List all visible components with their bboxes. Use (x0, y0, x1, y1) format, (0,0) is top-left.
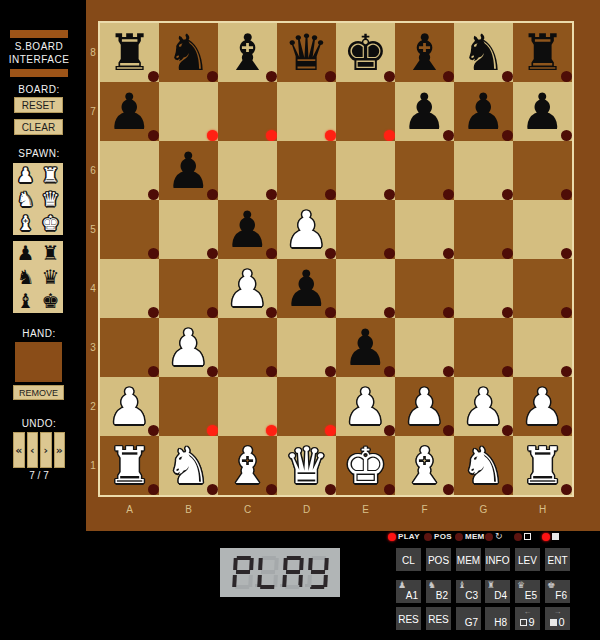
sensor-dot (207, 307, 218, 318)
square-c7[interactable] (218, 82, 277, 141)
square-h4[interactable] (513, 259, 572, 318)
sensor-dot (502, 189, 513, 200)
sensor-dot (561, 248, 572, 259)
white-pawn-piece: ♟ (520, 382, 565, 432)
square-a7[interactable]: ♟ (100, 82, 159, 141)
square-f6[interactable] (395, 141, 454, 200)
sensor-dot (325, 189, 336, 200)
square-f5[interactable] (395, 200, 454, 259)
key-label: LEV (515, 554, 540, 565)
square-f4[interactable] (395, 259, 454, 318)
square-h6[interactable] (513, 141, 572, 200)
key-label: F6 (555, 590, 567, 601)
square-g4[interactable] (454, 259, 513, 318)
key-label: 9 (528, 616, 534, 628)
black-pawn-piece: ♟ (461, 87, 506, 137)
sensor-dot (148, 71, 159, 82)
square-e2[interactable]: ♟ (336, 377, 395, 436)
sensor-dot (325, 366, 336, 377)
sensor-dot-active (266, 130, 277, 141)
key-label: B2 (436, 590, 448, 601)
black-rook-piece: ♜ (107, 28, 152, 78)
square-c5[interactable]: ♟ (218, 200, 277, 259)
bishop-icon: ♝ (458, 581, 466, 590)
led-label-pos: POS (434, 532, 452, 541)
square-b8[interactable]: ♞ (159, 23, 218, 82)
rook-icon: ♜ (487, 581, 495, 590)
sensor-dot (148, 189, 159, 200)
square-a2[interactable]: ♟ (100, 377, 159, 436)
key-label: 0 (558, 616, 564, 628)
white-pawn-piece: ♟ (225, 264, 270, 314)
sensor-dot (502, 425, 513, 436)
black-pawn-piece: ♟ (402, 87, 447, 137)
square-b2[interactable] (159, 377, 218, 436)
sensor-dot (207, 248, 218, 259)
square-b6[interactable]: ♟ (159, 141, 218, 200)
square-d4[interactable]: ♟ (277, 259, 336, 318)
key-label: A1 (406, 590, 418, 601)
undo-controls: «‹›» (13, 432, 65, 468)
black-pawn-piece: ♟ (225, 205, 270, 255)
black-pawn-piece: ♟ (520, 87, 565, 137)
sensor-dot (384, 484, 395, 495)
key-label: D4 (494, 590, 507, 601)
reset-button[interactable]: RESET (14, 97, 63, 113)
led-play (388, 533, 396, 541)
sensor-dot (266, 307, 277, 318)
key-label: ENT (545, 554, 570, 565)
sensor-dot-active (384, 130, 395, 141)
sensor-dot (384, 189, 395, 200)
rank-label-7: 7 (86, 82, 100, 141)
sensor-dot (561, 484, 572, 495)
file-label-a: A (100, 497, 159, 521)
square-outline-icon (520, 619, 527, 626)
square-e1[interactable]: ♚ (336, 436, 395, 495)
sensor-dot (207, 484, 218, 495)
spawn-white-pawn[interactable]: ♟ (13, 163, 38, 187)
rank-label-5: 5 (86, 200, 100, 259)
sensor-dot (561, 425, 572, 436)
sensor-dot (148, 130, 159, 141)
square-a5[interactable] (100, 200, 159, 259)
accent-bar-bottom (10, 69, 68, 77)
rank-label-4: 4 (86, 259, 100, 318)
white-knight-piece: ♞ (17, 189, 35, 209)
spawn-black-queen[interactable]: ♛ (38, 265, 63, 289)
white-bishop-piece: ♝ (225, 441, 270, 491)
square-b7[interactable] (159, 82, 218, 141)
key-c3[interactable]: ♝C3 (456, 580, 481, 603)
sensor-dot (443, 307, 454, 318)
sensor-dot (266, 484, 277, 495)
black-rook-piece: ♜ (42, 243, 60, 263)
rank-label-2: 2 (86, 377, 100, 436)
sensor-dot (207, 189, 218, 200)
display-char-1 (232, 556, 254, 589)
square-g7[interactable]: ♟ (454, 82, 513, 141)
square-c6[interactable] (218, 141, 277, 200)
icon-number-group: 9 (515, 616, 540, 628)
sensor-dot (502, 484, 513, 495)
square-e5[interactable] (336, 200, 395, 259)
sensor-dot (207, 366, 218, 377)
square-f1[interactable]: ♝ (395, 436, 454, 495)
key-res-1[interactable]: RES (396, 607, 421, 630)
key-g7[interactable]: G7 (456, 607, 481, 630)
sensor-dot (502, 366, 513, 377)
knight-icon: ♞ (428, 581, 436, 590)
key-label: H8 (494, 617, 507, 628)
square-filled-icon (552, 533, 559, 540)
sensor-dot (443, 189, 454, 200)
seven-segment-display (220, 548, 340, 597)
square-h1[interactable]: ♜ (513, 436, 572, 495)
sensor-dot (148, 248, 159, 259)
square-a6[interactable] (100, 141, 159, 200)
spawn-black-bishop[interactable]: ♝ (13, 289, 38, 313)
clear-button[interactable]: CLEAR (14, 119, 63, 135)
square-g6[interactable] (454, 141, 513, 200)
sensor-dot (384, 71, 395, 82)
black-pawn-piece: ♟ (166, 146, 211, 196)
white-knight-piece: ♞ (461, 441, 506, 491)
square-h2[interactable]: ♟ (513, 377, 572, 436)
sensor-dot (443, 248, 454, 259)
sensor-dot (148, 366, 159, 377)
square-b5[interactable] (159, 200, 218, 259)
display-char-3 (282, 556, 304, 589)
white-rook-piece: ♜ (520, 441, 565, 491)
square-d2[interactable] (277, 377, 336, 436)
sensor-dot (325, 248, 336, 259)
square-d5[interactable]: ♟ (277, 200, 336, 259)
square-b1[interactable]: ♞ (159, 436, 218, 495)
white-king-piece: ♚ (343, 441, 388, 491)
square-c2[interactable] (218, 377, 277, 436)
spawn-black-knight[interactable]: ♞ (13, 265, 38, 289)
led-mem (455, 533, 463, 541)
sensor-dot (325, 307, 336, 318)
sensor-dot (384, 366, 395, 377)
right-arrow-icon: → (545, 608, 570, 616)
icon-number-group: 0 (545, 616, 570, 628)
led-group-rotate: ↻ (485, 531, 503, 542)
app-title-line1: S.BOARD (0, 41, 78, 52)
undo-first-button[interactable]: « (13, 432, 25, 468)
sensor-dot (207, 71, 218, 82)
remove-button[interactable]: REMOVE (13, 385, 64, 400)
key-9[interactable]: ←9 (515, 607, 540, 630)
undo-counter: 7 / 7 (0, 470, 78, 481)
file-label-d: D (277, 497, 336, 521)
sensor-dot (384, 307, 395, 318)
sensor-dot (443, 425, 454, 436)
rank-label-6: 6 (86, 141, 100, 200)
led-square-outline (514, 533, 522, 541)
sensor-dot (266, 189, 277, 200)
sensor-dot (384, 425, 395, 436)
key-label: INFO (485, 554, 510, 565)
spawn-black-rook[interactable]: ♜ (38, 241, 63, 265)
sensor-dot (266, 366, 277, 377)
key-mem[interactable]: MEM (456, 548, 481, 571)
square-a4[interactable] (100, 259, 159, 318)
square-h3[interactable] (513, 318, 572, 377)
white-pawn-piece: ♟ (461, 382, 506, 432)
spawn-white-king[interactable]: ♚ (38, 211, 63, 235)
rank-labels: 87654321 (86, 23, 100, 495)
square-d8[interactable]: ♛ (277, 23, 336, 82)
square-a8[interactable]: ♜ (100, 23, 159, 82)
key-label: RES (396, 613, 421, 624)
key-label: C3 (465, 590, 478, 601)
sensor-dot (325, 71, 336, 82)
spawn-white-rook[interactable]: ♜ (38, 163, 63, 187)
sensor-dot (561, 307, 572, 318)
key-label: MEM (456, 554, 481, 565)
square-outline-icon (524, 533, 531, 540)
left-arrow-icon: ← (515, 608, 540, 616)
black-knight-piece: ♞ (461, 28, 506, 78)
square-e6[interactable] (336, 141, 395, 200)
square-a1[interactable]: ♜ (100, 436, 159, 495)
sensor-dot (502, 71, 513, 82)
white-queen-piece: ♛ (284, 441, 329, 491)
hand-slot[interactable] (15, 342, 62, 382)
key-label: G7 (465, 617, 478, 628)
square-c1[interactable]: ♝ (218, 436, 277, 495)
square-f3[interactable] (395, 318, 454, 377)
key-label: E5 (525, 590, 537, 601)
rank-label-1: 1 (86, 436, 100, 495)
sensor-dot (502, 248, 513, 259)
black-pawn-piece: ♟ (17, 243, 35, 263)
black-bishop-piece: ♝ (225, 28, 270, 78)
key-pos[interactable]: POS (426, 548, 451, 571)
key-f6[interactable]: ♚F6 (545, 580, 570, 603)
white-rook-piece: ♜ (107, 441, 152, 491)
sensor-dot (266, 71, 277, 82)
sensor-dot (502, 130, 513, 141)
undo-last-button[interactable]: » (54, 432, 66, 468)
sensor-dot (561, 130, 572, 141)
white-bishop-piece: ♝ (402, 441, 447, 491)
sensor-dot (443, 484, 454, 495)
black-queen-piece: ♛ (284, 28, 329, 78)
spawn-white-queen[interactable]: ♛ (38, 187, 63, 211)
square-g3[interactable] (454, 318, 513, 377)
spawn-black-king[interactable]: ♚ (38, 289, 63, 313)
black-knight-piece: ♞ (166, 28, 211, 78)
key-res-2[interactable]: RES (426, 607, 451, 630)
black-king-piece: ♚ (343, 28, 388, 78)
key-info[interactable]: INFO (485, 548, 510, 571)
square-d6[interactable] (277, 141, 336, 200)
white-queen-piece: ♛ (42, 189, 60, 209)
square-h7[interactable]: ♟ (513, 82, 572, 141)
white-pawn-piece: ♟ (107, 382, 152, 432)
square-c8[interactable]: ♝ (218, 23, 277, 82)
sensor-dot-active (207, 425, 218, 436)
spawn-palette-black: ♟♜♞♛♝♚ (13, 241, 63, 313)
sensor-dot (561, 71, 572, 82)
white-knight-piece: ♞ (166, 441, 211, 491)
key-ent[interactable]: ENT (545, 548, 570, 571)
sensor-dot (148, 425, 159, 436)
black-knight-piece: ♞ (17, 267, 35, 287)
key-b2[interactable]: ♞B2 (426, 580, 451, 603)
black-queen-piece: ♛ (42, 267, 60, 287)
square-h8[interactable]: ♜ (513, 23, 572, 82)
white-pawn-piece: ♟ (284, 205, 329, 255)
sensor-dot (443, 366, 454, 377)
led-label-mem: MEM (465, 532, 485, 541)
sensor-dot-active (266, 425, 277, 436)
black-pawn-piece: ♟ (107, 87, 152, 137)
key-e5[interactable]: ♛E5 (515, 580, 540, 603)
queen-icon: ♛ (517, 581, 525, 590)
square-f2[interactable]: ♟ (395, 377, 454, 436)
white-pawn-piece: ♟ (17, 165, 35, 185)
sensor-dot (148, 307, 159, 318)
square-g1[interactable]: ♞ (454, 436, 513, 495)
display-char-4 (307, 556, 329, 589)
spawn-palette-white: ♟♜♞♛♝♚ (13, 163, 63, 235)
square-e8[interactable]: ♚ (336, 23, 395, 82)
spawn-section-label: SPAWN: (0, 148, 78, 159)
accent-bar-top (10, 30, 68, 38)
spawn-white-bishop[interactable]: ♝ (13, 211, 38, 235)
square-g5[interactable] (454, 200, 513, 259)
led-pos (424, 533, 432, 541)
file-labels: ABCDEFGH (100, 497, 572, 521)
sensor-dot-active (325, 425, 336, 436)
undo-forward-button[interactable]: › (40, 432, 52, 468)
sensor-dot (561, 189, 572, 200)
key-label: CL (396, 554, 421, 565)
square-d1[interactable]: ♛ (277, 436, 336, 495)
white-pawn-piece: ♟ (343, 382, 388, 432)
board-squares: ♜♞♝♛♚♝♞♜♟♟♟♟♟♟♟♟♟♟♟♟♟♟♟♟♜♞♝♛♚♝♞♜ (100, 23, 572, 495)
square-g8[interactable]: ♞ (454, 23, 513, 82)
black-bishop-piece: ♝ (402, 28, 447, 78)
square-d7[interactable] (277, 82, 336, 141)
led-group-square-filled (542, 531, 559, 542)
sensor-dot (148, 484, 159, 495)
file-label-e: E (336, 497, 395, 521)
rank-label-3: 3 (86, 318, 100, 377)
chess-board: 87654321 ♜♞♝♛♚♝♞♜♟♟♟♟♟♟♟♟♟♟♟♟♟♟♟♟♜♞♝♛♚♝♞… (86, 0, 600, 531)
key-cl[interactable]: CL (396, 548, 421, 571)
pawn-icon: ♟ (398, 581, 406, 590)
file-label-c: C (218, 497, 277, 521)
black-pawn-piece: ♟ (343, 323, 388, 373)
square-h5[interactable] (513, 200, 572, 259)
square-b3[interactable]: ♟ (159, 318, 218, 377)
file-label-g: G (454, 497, 513, 521)
sensor-dot (325, 484, 336, 495)
square-c4[interactable]: ♟ (218, 259, 277, 318)
hand-section-label: HAND: (0, 328, 78, 339)
led-group-play: PLAY (388, 531, 420, 542)
white-king-piece: ♚ (42, 213, 60, 233)
white-pawn-piece: ♟ (166, 323, 211, 373)
sensor-dot (502, 307, 513, 318)
key-a1[interactable]: ♟A1 (396, 580, 421, 603)
app-title-line2: INTERFACE (0, 54, 78, 65)
sensor-dot (443, 130, 454, 141)
sidebar: S.BOARD INTERFACE BOARD: RESET CLEAR SPA… (0, 0, 86, 640)
sensor-dot (443, 71, 454, 82)
square-e4[interactable] (336, 259, 395, 318)
square-g2[interactable]: ♟ (454, 377, 513, 436)
led-group-mem: MEM (455, 531, 485, 542)
board-section-label: BOARD: (0, 84, 78, 95)
rotate-icon: ↻ (495, 532, 503, 541)
key-lev[interactable]: LEV (515, 548, 540, 571)
led-group-square-outline (514, 531, 531, 542)
square-e3[interactable]: ♟ (336, 318, 395, 377)
key-label: RES (426, 613, 451, 624)
square-c3[interactable] (218, 318, 277, 377)
undo-back-button[interactable]: ‹ (27, 432, 39, 468)
rank-label-8: 8 (86, 23, 100, 82)
led-group-pos: POS (424, 531, 452, 542)
black-bishop-piece: ♝ (17, 291, 35, 311)
key-label: POS (426, 554, 451, 565)
led-square-filled (542, 533, 550, 541)
sensor-dot (384, 248, 395, 259)
sensor-dot-active (325, 130, 336, 141)
key-d4[interactable]: ♜D4 (485, 580, 510, 603)
file-label-h: H (513, 497, 572, 521)
file-label-f: F (395, 497, 454, 521)
black-king-piece: ♚ (42, 291, 60, 311)
king-icon: ♚ (547, 581, 555, 590)
white-pawn-piece: ♟ (402, 382, 447, 432)
sensor-dot (561, 366, 572, 377)
square-filled-icon (550, 619, 557, 626)
sensor-dot (266, 248, 277, 259)
black-pawn-piece: ♟ (284, 264, 329, 314)
white-rook-piece: ♜ (42, 165, 60, 185)
undo-section-label: UNDO: (0, 418, 78, 429)
key-0[interactable]: →0 (545, 607, 570, 630)
black-rook-piece: ♜ (520, 28, 565, 78)
file-label-b: B (159, 497, 218, 521)
spawn-white-knight[interactable]: ♞ (13, 187, 38, 211)
led-rotate (485, 533, 493, 541)
spawn-black-pawn[interactable]: ♟ (13, 241, 38, 265)
square-e7[interactable] (336, 82, 395, 141)
square-f7[interactable]: ♟ (395, 82, 454, 141)
white-bishop-piece: ♝ (17, 213, 35, 233)
display-char-2 (257, 556, 279, 589)
square-a3[interactable] (100, 318, 159, 377)
led-label-play: PLAY (398, 532, 420, 541)
square-b4[interactable] (159, 259, 218, 318)
square-f8[interactable]: ♝ (395, 23, 454, 82)
square-d3[interactable] (277, 318, 336, 377)
key-h8[interactable]: H8 (485, 607, 510, 630)
sensor-dot-active (207, 130, 218, 141)
